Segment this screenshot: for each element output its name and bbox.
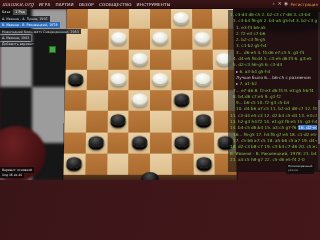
move-text: 14. b4-c5 d6:b4 15. a3:c5 g7-f6 bbox=[230, 125, 298, 130]
menubar-right: ⌕ ✕ ◉ Регистрация bbox=[273, 2, 318, 7]
black-man[interactable] bbox=[196, 114, 212, 125]
board-square-r4c5[interactable] bbox=[150, 70, 171, 91]
menu-items: ИГРАПАРТИИОБЗОРСООБЩЕСТВОИНСТРУМЕНТЫ bbox=[39, 2, 176, 7]
move-text: 13. h2-g3 h4:f2 14. e1:g3 f6-e5 15. g3-h… bbox=[230, 119, 317, 124]
board-square-r7c6[interactable] bbox=[171, 132, 193, 153]
user-icon[interactable]: ◉ bbox=[284, 2, 288, 7]
board-square-r3c5[interactable] bbox=[150, 49, 171, 69]
white-man[interactable] bbox=[132, 94, 147, 105]
app-logo[interactable]: шашки.org bbox=[2, 1, 34, 7]
board-square-r8c6[interactable] bbox=[172, 153, 194, 175]
black-man[interactable] bbox=[68, 73, 83, 84]
game-list-item-4[interactable]: Добавить вариант bbox=[0, 42, 36, 48]
game-list-item-0[interactable]: А. Иванов - А. Лунев, 1995 bbox=[0, 16, 50, 22]
menu-item-3[interactable]: СООБЩЕСТВО bbox=[99, 2, 132, 7]
search-icon[interactable]: ⌕ bbox=[273, 2, 276, 7]
move-text: 1. e3-f4 b6-a5 bbox=[236, 25, 266, 30]
board-square-r2c7[interactable] bbox=[192, 29, 213, 49]
game-list-item-1[interactable]: В. Иванов - В. Раковецкий, 1978 bbox=[0, 22, 60, 28]
board-square-r6c1[interactable] bbox=[64, 111, 86, 132]
board-square-r6c5[interactable] bbox=[150, 111, 171, 132]
move-text: 9... b6-c5 10. f2-g3 c5-b4 bbox=[236, 100, 289, 105]
games-panel-header: База 1 Ряд bbox=[0, 9, 70, 15]
board-square-r6c2[interactable] bbox=[86, 111, 108, 132]
board-square-r6c6[interactable] bbox=[171, 111, 193, 132]
move-text: В. Иванов - В. Раковецкий, 1978: 21. b4-… bbox=[230, 151, 317, 156]
games-count-label: 1 Ряд bbox=[13, 9, 27, 15]
board-square-r7c5[interactable] bbox=[150, 132, 172, 153]
board-square-r5c7[interactable] bbox=[192, 90, 214, 111]
board-square-r8c1[interactable] bbox=[63, 153, 85, 175]
board-square-r6c3[interactable] bbox=[107, 111, 129, 132]
menu-item-1[interactable]: ПАРТИИ bbox=[55, 2, 73, 7]
board-square-r3c1[interactable] bbox=[66, 49, 87, 69]
black-man[interactable] bbox=[67, 157, 83, 169]
move-text: 16... f6-g5 17. h4:f6 g7:e5 18. c1-d2 e5… bbox=[233, 132, 317, 137]
board-square-r7c1[interactable] bbox=[64, 132, 86, 153]
black-man[interactable] bbox=[89, 136, 105, 148]
menu-item-2[interactable]: ОБЗОР bbox=[79, 2, 94, 7]
move-text: 7... e7-d6 8. f2-e3 d6:f4 9. e3:g5 h6:f4 bbox=[233, 88, 314, 93]
captured-black-piece bbox=[141, 172, 159, 180]
move-text: 7. a1-b2 bbox=[239, 81, 256, 86]
black-man[interactable] bbox=[110, 114, 126, 125]
games-panel: База 1 Ряд А. Иванов - А. Лунев, 1995В. … bbox=[0, 9, 70, 48]
board-square-r2c3[interactable] bbox=[108, 29, 129, 49]
board-square-r7c7[interactable] bbox=[193, 132, 215, 153]
white-man[interactable] bbox=[153, 73, 168, 84]
move-lines: 1. c3-d4 d6-c5 2. b2-c3 c7-d6 3. c3-b41.… bbox=[230, 12, 317, 163]
board-square-r4c7[interactable] bbox=[192, 70, 213, 91]
board-square-r5c5[interactable] bbox=[150, 90, 171, 111]
move-text: 3... d6-e5 4. f4:d6 e7:c5 5. g3-f4 bbox=[236, 50, 304, 55]
board-square-r3c3[interactable] bbox=[108, 49, 129, 69]
board-square-r5c6[interactable] bbox=[171, 90, 192, 111]
board-square-r1c3[interactable] bbox=[108, 9, 129, 29]
black-man[interactable] bbox=[131, 136, 147, 148]
board-square-r8c7[interactable] bbox=[193, 153, 215, 175]
move-text: 17. c5-b6 a7:c5 18. a5-b6 c5:a7 19. d4-c… bbox=[233, 138, 317, 143]
move-text: 21. a3:c5 h8-g7 22. c5-d6 e5-f4 2-0 bbox=[230, 157, 305, 162]
board-square-r5c2[interactable] bbox=[86, 90, 108, 111]
board-square-r3c6[interactable] bbox=[171, 49, 192, 69]
game-list-item-2[interactable]: Новогодний блиц-матч Северодонецк, 1983 bbox=[0, 29, 81, 35]
move-text: 5. d2-c3 h6-g5 6. c3-d4 bbox=[233, 62, 282, 67]
board-square-r5c3[interactable] bbox=[107, 90, 128, 111]
game-list-item-3[interactable]: А. Иванов, 1983 bbox=[0, 35, 31, 41]
board-square-r2c5[interactable] bbox=[150, 29, 171, 49]
board-square-r4c3[interactable] bbox=[108, 70, 129, 91]
black-man[interactable] bbox=[196, 157, 212, 169]
board-square-r4c6[interactable] bbox=[171, 70, 192, 91]
move-text: 1. c3-b4 f6-g5 2. b4-a5 g5-h4 3. b2-c3 g… bbox=[233, 18, 317, 23]
move-text: 4. d4-e5 f6:d4 5. c3:e5 d6:f4 6. g3:e5 bbox=[233, 56, 312, 61]
checkers-app-window: { "game": "checkers (Russian draughts, 8… bbox=[0, 0, 320, 180]
watermark: Полноэкранный режим bbox=[286, 164, 314, 174]
white-man[interactable] bbox=[153, 32, 168, 43]
board-square-r2c2[interactable] bbox=[87, 29, 108, 49]
move-list-scrollbar[interactable] bbox=[318, 12, 320, 170]
checkers-board bbox=[62, 9, 238, 180]
register-link[interactable]: Регистрация bbox=[291, 2, 318, 7]
menubar: шашки.org ИГРАПАРТИИОБЗОРСООБЩЕСТВОИНСТР… bbox=[0, 0, 320, 9]
board-square-r7c3[interactable] bbox=[107, 132, 129, 153]
board-square-r1c4[interactable] bbox=[129, 9, 150, 29]
move-text: 11. c3-d4 e5:c3 12. d2:b4 c5-d4 13. e3:c… bbox=[230, 113, 317, 118]
white-man[interactable] bbox=[195, 32, 210, 43]
board-square-r8c2[interactable] bbox=[85, 153, 107, 175]
menu-item-0[interactable]: ИГРА bbox=[39, 2, 51, 7]
board-square-r7c4[interactable] bbox=[128, 132, 150, 153]
move-text: 2. b2-c3 f6-g5 bbox=[236, 37, 265, 42]
move-text: 6. a3-b4 g5-h4 bbox=[239, 69, 270, 74]
white-man[interactable] bbox=[132, 52, 147, 63]
board-square-r4c2[interactable] bbox=[86, 70, 107, 91]
board-square-r1c2[interactable] bbox=[87, 9, 108, 29]
move-text: 8. b4:d6 c7:e5 9. g1-f2 bbox=[233, 94, 281, 99]
black-man[interactable] bbox=[174, 94, 189, 105]
board-square-r5c1[interactable] bbox=[65, 90, 87, 111]
menu-item-4[interactable]: ИНСТРУМЕНТЫ bbox=[137, 2, 171, 7]
board-square-r4c4[interactable] bbox=[129, 70, 150, 91]
white-man[interactable] bbox=[174, 12, 189, 23]
games-list: А. Иванов - А. Лунев, 1995В. Иванов - В.… bbox=[0, 16, 70, 47]
status-log-line-2: Ход 16 из 44 bbox=[0, 173, 24, 179]
board-square-r1c5[interactable] bbox=[150, 9, 171, 29]
move-text: Лучше было 6... b6-c5 с разменом bbox=[236, 75, 311, 80]
move-text: 2. f2-e3 c7-b6 bbox=[236, 31, 265, 36]
move-text: 3. c1-b2 g5-h4 bbox=[236, 43, 267, 48]
current-move-highlight[interactable]: 16. d2-e3 bbox=[298, 125, 317, 130]
board-square-r1c7[interactable] bbox=[192, 9, 213, 29]
board-square-r6c7[interactable] bbox=[193, 111, 215, 132]
move-list-panel: 1. c3-d4 d6-c5 2. b2-c3 c7-d6 3. c3-b41.… bbox=[228, 10, 320, 172]
scrollbar-thumb[interactable] bbox=[318, 100, 320, 144]
board-square-r1c6[interactable] bbox=[171, 9, 192, 29]
board-grid bbox=[63, 9, 236, 175]
move-text: 10. d4:b6 a7:c5 11. b2-a3 d8-c7 12. f4-g… bbox=[236, 106, 317, 111]
close-icon[interactable]: ✕ bbox=[278, 2, 282, 7]
board-square-r6c4[interactable] bbox=[129, 111, 150, 132]
board-square-r7c2[interactable] bbox=[85, 132, 107, 153]
games-db-badge: База bbox=[0, 9, 12, 15]
white-man[interactable] bbox=[111, 32, 126, 43]
board-square-r8c3[interactable] bbox=[107, 153, 129, 175]
move-text: 18. d2-c3 b8-c7 19. c3-b4 c7-d6 20. c5:e… bbox=[230, 144, 317, 149]
board-square-r4c1[interactable] bbox=[65, 70, 87, 91]
board-square-r3c4[interactable] bbox=[129, 49, 150, 69]
white-man[interactable] bbox=[195, 73, 210, 84]
board-square-r2c4[interactable] bbox=[129, 29, 150, 49]
move-text: 1. c3-d4 d6-c5 2. b2-c3 c7-d6 3. c3-b4 bbox=[230, 12, 310, 17]
move-line-23[interactable]: 21. a3:c5 h8-g7 22. c5-d6 e5-f4 2-0 bbox=[230, 157, 317, 163]
board-square-r2c6[interactable] bbox=[171, 29, 192, 49]
watermark-line-2: режим bbox=[288, 169, 312, 173]
black-man[interactable] bbox=[174, 136, 190, 148]
white-man[interactable] bbox=[111, 73, 126, 84]
board-square-r5c4[interactable] bbox=[129, 90, 150, 111]
board-square-r3c7[interactable] bbox=[192, 49, 213, 69]
board-square-r3c2[interactable] bbox=[87, 49, 108, 69]
